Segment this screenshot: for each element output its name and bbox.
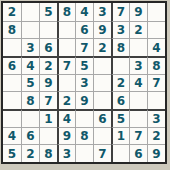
cell-r8c9[interactable]: 2	[147, 127, 165, 145]
cell-r9c1[interactable]: 5	[3, 144, 21, 162]
cell-r1c3[interactable]: 5	[39, 3, 57, 21]
given-digit: 2	[8, 6, 16, 18]
cell-r6c5[interactable]: 9	[75, 91, 93, 109]
given-digit: 9	[98, 24, 106, 36]
cell-r5c5[interactable]: 3	[75, 74, 93, 92]
given-digit: 5	[8, 148, 16, 160]
cell-r8c4[interactable]: 9	[57, 127, 75, 145]
given-digit: 4	[63, 113, 71, 125]
cell-r1c4[interactable]: 8	[57, 3, 75, 21]
cell-r1c9[interactable]	[147, 3, 165, 21]
cell-r5c7[interactable]: 2	[111, 74, 129, 92]
cell-r9c9[interactable]: 9	[147, 144, 165, 162]
given-digit: 2	[152, 130, 160, 142]
cell-r3c4[interactable]	[57, 38, 75, 56]
cell-r2c1[interactable]: 8	[3, 21, 21, 39]
given-digit: 7	[117, 6, 125, 18]
cell-r8c5[interactable]: 8	[75, 127, 93, 145]
cell-r3c8[interactable]	[129, 38, 147, 56]
cell-r4c4[interactable]: 7	[57, 56, 75, 74]
given-digit: 8	[80, 130, 88, 142]
given-digit: 6	[98, 113, 106, 125]
cell-r9c4[interactable]: 3	[57, 144, 75, 162]
cell-r9c8[interactable]: 6	[129, 144, 147, 162]
given-digit: 8	[63, 6, 71, 18]
cell-r6c2[interactable]: 8	[21, 91, 39, 109]
cell-r6c1[interactable]	[3, 91, 21, 109]
cell-r5c9[interactable]: 7	[147, 74, 165, 92]
given-digit: 5	[26, 77, 34, 89]
cell-r6c9[interactable]	[147, 91, 165, 109]
given-digit: 9	[80, 95, 88, 107]
sudoku-board: 2584379869323672846427538593247872961465…	[1, 1, 167, 164]
given-digit: 3	[63, 148, 71, 160]
cell-r2c3[interactable]	[39, 21, 57, 39]
cell-r7c5[interactable]	[75, 109, 93, 127]
cell-r7c8[interactable]	[129, 109, 147, 127]
cell-r7c2[interactable]	[21, 109, 39, 127]
cell-r9c2[interactable]: 2	[21, 144, 39, 162]
cell-r4c5[interactable]: 5	[75, 56, 93, 74]
given-digit: 7	[134, 130, 142, 142]
cell-r8c8[interactable]: 7	[129, 127, 147, 145]
given-digit: 3	[80, 77, 88, 89]
given-digit: 7	[98, 148, 106, 160]
cell-r1c8[interactable]: 9	[129, 3, 147, 21]
cell-r1c7[interactable]: 7	[111, 3, 129, 21]
cell-r6c7[interactable]: 6	[111, 91, 129, 109]
cell-r2c9[interactable]	[147, 21, 165, 39]
cell-r8c1[interactable]: 4	[3, 127, 21, 145]
given-digit: 9	[63, 130, 71, 142]
cell-r8c6[interactable]	[93, 127, 111, 145]
given-digit: 7	[63, 60, 71, 72]
cell-r6c4[interactable]: 2	[57, 91, 75, 109]
given-digit: 4	[80, 6, 88, 18]
cell-r6c6[interactable]	[93, 91, 111, 109]
cell-r7c3[interactable]: 1	[39, 109, 57, 127]
cell-r5c2[interactable]: 5	[21, 74, 39, 92]
given-digit: 8	[26, 95, 34, 107]
cell-r4c9[interactable]: 8	[147, 56, 165, 74]
cell-r3c1[interactable]	[3, 38, 21, 56]
cell-r5c3[interactable]: 9	[39, 74, 57, 92]
given-digit: 2	[98, 42, 106, 54]
given-digit: 2	[63, 95, 71, 107]
cell-r3c3[interactable]: 6	[39, 38, 57, 56]
cell-r5c4[interactable]	[57, 74, 75, 92]
cell-r8c7[interactable]: 1	[111, 127, 129, 145]
cell-r4c3[interactable]: 2	[39, 56, 57, 74]
cell-r7c9[interactable]: 3	[147, 109, 165, 127]
given-digit: 6	[44, 42, 52, 54]
cell-r3c6[interactable]: 2	[93, 38, 111, 56]
given-digit: 9	[152, 148, 160, 160]
given-digit: 4	[8, 130, 16, 142]
cell-r2c8[interactable]: 2	[129, 21, 147, 39]
given-digit: 5	[117, 113, 125, 125]
cell-r9c3[interactable]: 8	[39, 144, 57, 162]
cell-r8c2[interactable]: 6	[21, 127, 39, 145]
given-digit: 9	[44, 77, 52, 89]
given-digit: 3	[26, 42, 34, 54]
cell-r4c6[interactable]	[93, 56, 111, 74]
cell-r5c1[interactable]	[3, 74, 21, 92]
cell-r3c5[interactable]: 7	[75, 38, 93, 56]
given-digit: 6	[8, 60, 16, 72]
given-digit: 8	[117, 42, 125, 54]
given-digit: 2	[134, 24, 142, 36]
cell-r6c3[interactable]: 7	[39, 91, 57, 109]
cell-r1c1[interactable]: 2	[3, 3, 21, 21]
cell-r2c2[interactable]	[21, 21, 39, 39]
given-digit: 8	[8, 24, 16, 36]
given-digit: 2	[44, 60, 52, 72]
cell-r7c6[interactable]: 6	[93, 109, 111, 127]
given-digit: 2	[117, 77, 125, 89]
given-digit: 6	[134, 148, 142, 160]
cell-r1c2[interactable]	[21, 3, 39, 21]
cell-r9c5[interactable]	[75, 144, 93, 162]
cell-r5c6[interactable]	[93, 74, 111, 92]
cell-r3c7[interactable]: 8	[111, 38, 129, 56]
given-digit: 6	[117, 95, 125, 107]
given-digit: 4	[152, 42, 160, 54]
given-digit: 3	[98, 6, 106, 18]
given-digit: 5	[44, 6, 52, 18]
cell-r1c6[interactable]: 3	[93, 3, 111, 21]
given-digit: 7	[80, 42, 88, 54]
given-digit: 9	[134, 6, 142, 18]
given-digit: 3	[134, 60, 142, 72]
cell-r9c6[interactable]: 7	[93, 144, 111, 162]
cell-r2c7[interactable]: 3	[111, 21, 129, 39]
given-digit: 1	[44, 113, 52, 125]
given-digit: 6	[26, 130, 34, 142]
given-digit: 7	[152, 77, 160, 89]
cell-r7c4[interactable]: 4	[57, 109, 75, 127]
given-digit: 2	[26, 148, 34, 160]
given-digit: 7	[44, 95, 52, 107]
given-digit: 1	[117, 130, 125, 142]
cell-r3c9[interactable]: 4	[147, 38, 165, 56]
cell-r2c6[interactable]: 9	[93, 21, 111, 39]
cell-r4c8[interactable]: 3	[129, 56, 147, 74]
cell-r4c1[interactable]: 6	[3, 56, 21, 74]
cell-r3c2[interactable]: 3	[21, 38, 39, 56]
cell-r7c7[interactable]: 5	[111, 109, 129, 127]
given-digit: 4	[26, 60, 34, 72]
cell-r8c3[interactable]	[39, 127, 57, 145]
given-digit: 8	[152, 60, 160, 72]
given-digit: 3	[152, 113, 160, 125]
given-digit: 4	[134, 77, 142, 89]
cell-r2c5[interactable]: 6	[75, 21, 93, 39]
cell-r6c8[interactable]	[129, 91, 147, 109]
given-digit: 8	[44, 148, 52, 160]
given-digit: 3	[117, 24, 125, 36]
cell-r9c7[interactable]	[111, 144, 129, 162]
given-digit: 6	[80, 24, 88, 36]
cell-r5c8[interactable]: 4	[129, 74, 147, 92]
cell-r4c2[interactable]: 4	[21, 56, 39, 74]
cell-r4c7[interactable]	[111, 56, 129, 74]
cell-r1c5[interactable]: 4	[75, 3, 93, 21]
cell-r7c1[interactable]	[3, 109, 21, 127]
cell-r2c4[interactable]	[57, 21, 75, 39]
given-digit: 5	[80, 60, 88, 72]
